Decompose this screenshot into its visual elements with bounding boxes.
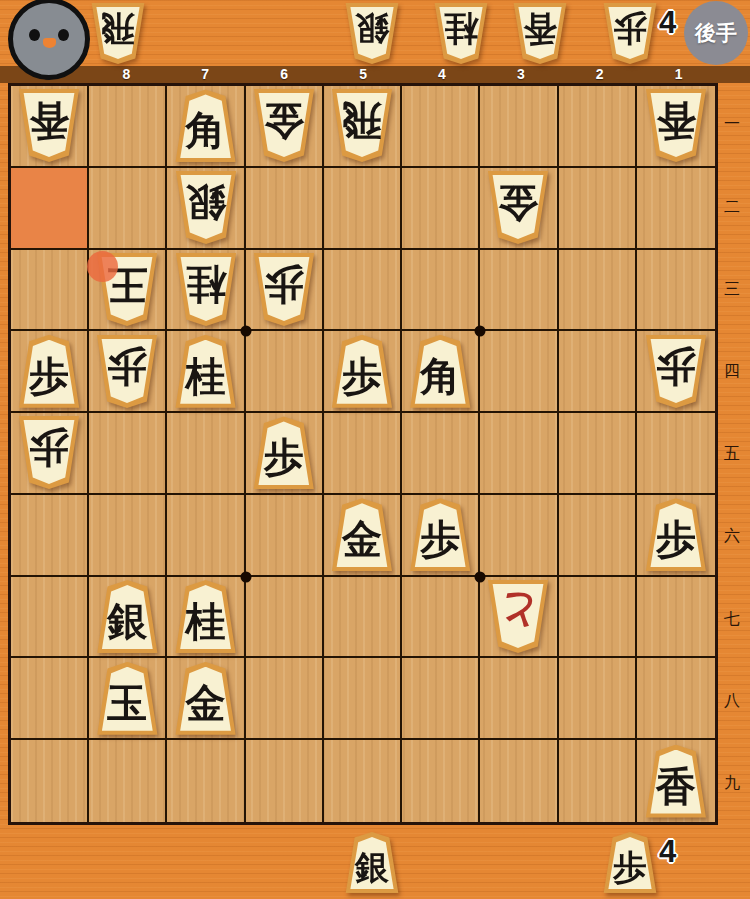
piece-sente-歩[interactable]: 歩 xyxy=(330,335,394,408)
star-point xyxy=(240,571,251,582)
file-label-5: 5 xyxy=(359,66,367,83)
piece-gote-香[interactable]: 香 xyxy=(512,3,568,64)
square-9-6[interactable] xyxy=(11,495,89,577)
square-1-4[interactable]: 歩 xyxy=(637,331,715,413)
piece-gote-歩[interactable]: 歩 xyxy=(644,335,708,408)
piece-sente-玉[interactable]: 玉 xyxy=(95,662,159,735)
piece-gote-歩[interactable]: 歩 xyxy=(95,335,159,408)
square-5-5[interactable] xyxy=(324,413,402,495)
square-4-3[interactable] xyxy=(402,250,480,332)
star-point xyxy=(240,326,251,337)
square-1-2[interactable] xyxy=(637,168,715,250)
file-label-6: 6 xyxy=(280,66,288,83)
rank-label-1: 一 xyxy=(724,114,740,135)
square-3-1[interactable] xyxy=(480,86,558,168)
piece-sente-香[interactable]: 香 xyxy=(644,745,708,818)
square-2-4[interactable] xyxy=(559,331,637,413)
gote-badge: 後手 xyxy=(684,1,748,65)
rank-label-8: 八 xyxy=(724,691,740,712)
square-9-3[interactable] xyxy=(11,250,89,332)
square-4-7[interactable] xyxy=(402,577,480,659)
square-1-1[interactable]: 香 xyxy=(637,86,715,168)
piece-glyph: 金 xyxy=(330,498,394,571)
gote-bar: 飛銀桂香歩4 後手 xyxy=(0,0,750,66)
piece-sente-歩[interactable]: 歩 xyxy=(602,832,658,893)
square-5-3[interactable] xyxy=(324,250,402,332)
square-4-4[interactable]: 角 xyxy=(402,331,480,413)
piece-glyph: 桂 xyxy=(174,335,238,408)
piece-glyph: 歩 xyxy=(602,3,658,64)
piece-glyph: 歩 xyxy=(644,335,708,408)
sente-bar: 銀歩4 先手 xyxy=(0,825,750,899)
square-4-5[interactable] xyxy=(402,413,480,495)
piece-glyph: 銀 xyxy=(344,832,400,893)
square-3-5[interactable] xyxy=(480,413,558,495)
piece-glyph: 金 xyxy=(486,171,550,244)
square-6-1[interactable]: 金 xyxy=(246,86,324,168)
piece-glyph: 歩 xyxy=(17,335,81,408)
piece-gote-桂[interactable]: 桂 xyxy=(174,253,238,326)
square-7-9[interactable] xyxy=(167,740,245,822)
square-4-8[interactable] xyxy=(402,658,480,740)
rank-label-4: 四 xyxy=(724,361,740,382)
square-7-2[interactable]: 銀 xyxy=(167,168,245,250)
hand-count-歩: 4 xyxy=(659,5,676,41)
square-7-1[interactable]: 角 xyxy=(167,86,245,168)
piece-glyph: 香 xyxy=(17,89,81,162)
square-2-5[interactable] xyxy=(559,413,637,495)
file-label-7: 7 xyxy=(201,66,209,83)
piece-gote-飛[interactable]: 飛 xyxy=(90,3,146,64)
square-2-6[interactable] xyxy=(559,495,637,577)
piece-sente-金[interactable]: 金 xyxy=(330,498,394,571)
piece-glyph: 歩 xyxy=(252,253,316,326)
piece-glyph: 歩 xyxy=(644,498,708,571)
square-8-2[interactable] xyxy=(89,168,167,250)
square-8-6[interactable] xyxy=(89,495,167,577)
square-6-7[interactable] xyxy=(246,577,324,659)
piece-gote-歩[interactable]: 歩 xyxy=(17,416,81,489)
rank-label-7: 七 xyxy=(724,608,740,629)
square-3-3[interactable] xyxy=(480,250,558,332)
piece-sente-歩[interactable]: 歩 xyxy=(17,335,81,408)
square-4-2[interactable] xyxy=(402,168,480,250)
square-9-4[interactable]: 歩 xyxy=(11,331,89,413)
square-8-9[interactable] xyxy=(89,740,167,822)
piece-sente-歩[interactable]: 歩 xyxy=(644,498,708,571)
piece-gote-銀[interactable]: 銀 xyxy=(174,171,238,244)
gote-avatar xyxy=(8,0,90,80)
piece-glyph: 角 xyxy=(408,335,472,408)
piece-glyph: 香 xyxy=(512,3,568,64)
square-8-7[interactable]: 銀 xyxy=(89,577,167,659)
square-2-1[interactable] xyxy=(559,86,637,168)
piece-sente-金[interactable]: 金 xyxy=(174,662,238,735)
piece-glyph: 歩 xyxy=(95,335,159,408)
piece-glyph: 桂 xyxy=(433,3,489,64)
square-7-3[interactable]: 桂 xyxy=(167,250,245,332)
piece-sente-角[interactable]: 角 xyxy=(174,89,238,162)
piece-glyph: 歩 xyxy=(408,498,472,571)
piece-glyph: 歩 xyxy=(17,416,81,489)
square-5-9[interactable] xyxy=(324,740,402,822)
square-3-2[interactable]: 金 xyxy=(480,168,558,250)
square-1-3[interactable] xyxy=(637,250,715,332)
square-8-8[interactable]: 玉 xyxy=(89,658,167,740)
piece-sente-歩[interactable]: 歩 xyxy=(252,416,316,489)
square-5-4[interactable]: 歩 xyxy=(324,331,402,413)
square-6-8[interactable] xyxy=(246,658,324,740)
piece-glyph: 銀 xyxy=(174,171,238,244)
piece-gote-銀[interactable]: 銀 xyxy=(344,3,400,64)
square-3-6[interactable] xyxy=(480,495,558,577)
piece-gote-香[interactable]: 香 xyxy=(17,89,81,162)
piece-glyph: 角 xyxy=(174,89,238,162)
file-labels-strip: 987654321 xyxy=(0,66,750,83)
avatar-eye-icon xyxy=(58,29,69,41)
board: 香角金飛香銀金王桂歩歩歩桂歩角歩歩歩金歩歩銀桂と玉金香 xyxy=(8,83,718,825)
piece-glyph: 歩 xyxy=(602,832,658,893)
rank-label-9: 九 xyxy=(724,773,740,794)
square-9-2[interactable] xyxy=(11,168,89,250)
square-6-9[interactable] xyxy=(246,740,324,822)
piece-glyph: 金 xyxy=(174,662,238,735)
square-3-4[interactable] xyxy=(480,331,558,413)
piece-gote-金[interactable]: 金 xyxy=(252,89,316,162)
piece-glyph: 飛 xyxy=(90,3,146,64)
rank-label-6: 六 xyxy=(724,526,740,547)
avatar-beak-icon xyxy=(43,38,56,48)
file-label-2: 2 xyxy=(596,66,604,83)
square-7-7[interactable]: 桂 xyxy=(167,577,245,659)
piece-gote-香[interactable]: 香 xyxy=(644,89,708,162)
piece-glyph: 歩 xyxy=(252,416,316,489)
piece-glyph: 銀 xyxy=(95,580,159,653)
file-label-4: 4 xyxy=(438,66,446,83)
piece-glyph: 桂 xyxy=(174,580,238,653)
square-9-5[interactable]: 歩 xyxy=(11,413,89,495)
piece-sente-角[interactable]: 角 xyxy=(408,335,472,408)
piece-sente-桂[interactable]: 桂 xyxy=(174,580,238,653)
square-5-8[interactable] xyxy=(324,658,402,740)
rank-label-2: 二 xyxy=(724,196,740,217)
piece-gote-と[interactable]: と xyxy=(486,580,550,653)
piece-glyph: 玉 xyxy=(95,662,159,735)
square-4-1[interactable] xyxy=(402,86,480,168)
piece-glyph: 香 xyxy=(644,745,708,818)
piece-gote-歩[interactable]: 歩 xyxy=(252,253,316,326)
square-6-5[interactable]: 歩 xyxy=(246,413,324,495)
square-8-1[interactable] xyxy=(89,86,167,168)
hand-count-歩: 4 xyxy=(659,834,676,870)
square-5-1[interactable]: 飛 xyxy=(324,86,402,168)
square-1-9[interactable]: 香 xyxy=(637,740,715,822)
piece-gote-桂[interactable]: 桂 xyxy=(433,3,489,64)
gote-badge-label: 後手 xyxy=(695,19,737,47)
piece-glyph: 飛 xyxy=(330,89,394,162)
square-5-6[interactable]: 金 xyxy=(324,495,402,577)
piece-glyph: 桂 xyxy=(174,253,238,326)
piece-gote-飛[interactable]: 飛 xyxy=(330,89,394,162)
square-6-6[interactable] xyxy=(246,495,324,577)
rank-label-3: 三 xyxy=(724,279,740,300)
square-9-7[interactable] xyxy=(11,577,89,659)
square-1-8[interactable] xyxy=(637,658,715,740)
piece-glyph: 香 xyxy=(644,89,708,162)
square-6-2[interactable] xyxy=(246,168,324,250)
file-label-8: 8 xyxy=(122,66,130,83)
square-2-3[interactable] xyxy=(559,250,637,332)
piece-sente-桂[interactable]: 桂 xyxy=(174,335,238,408)
square-1-5[interactable] xyxy=(637,413,715,495)
square-3-9[interactable] xyxy=(480,740,558,822)
square-6-4[interactable] xyxy=(246,331,324,413)
square-1-6[interactable]: 歩 xyxy=(637,495,715,577)
piece-glyph: 金 xyxy=(252,89,316,162)
square-2-7[interactable] xyxy=(559,577,637,659)
square-7-6[interactable] xyxy=(167,495,245,577)
file-label-3: 3 xyxy=(517,66,525,83)
square-2-2[interactable] xyxy=(559,168,637,250)
square-8-5[interactable] xyxy=(89,413,167,495)
square-6-3[interactable]: 歩 xyxy=(246,250,324,332)
piece-gote-歩[interactable]: 歩 xyxy=(602,3,658,64)
piece-sente-銀[interactable]: 銀 xyxy=(344,832,400,893)
square-7-4[interactable]: 桂 xyxy=(167,331,245,413)
square-4-6[interactable]: 歩 xyxy=(402,495,480,577)
square-2-9[interactable] xyxy=(559,740,637,822)
square-8-4[interactable]: 歩 xyxy=(89,331,167,413)
star-point xyxy=(475,326,486,337)
square-9-9[interactable] xyxy=(11,740,89,822)
piece-glyph: 歩 xyxy=(330,335,394,408)
square-5-7[interactable] xyxy=(324,577,402,659)
piece-glyph: と xyxy=(486,580,550,653)
square-3-7[interactable]: と xyxy=(480,577,558,659)
square-3-8[interactable] xyxy=(480,658,558,740)
piece-gote-金[interactable]: 金 xyxy=(486,171,550,244)
file-label-1: 1 xyxy=(675,66,683,83)
square-2-8[interactable] xyxy=(559,658,637,740)
rank-label-5: 五 xyxy=(724,443,740,464)
square-5-2[interactable] xyxy=(324,168,402,250)
star-point xyxy=(475,571,486,582)
piece-sente-銀[interactable]: 銀 xyxy=(95,580,159,653)
square-7-8[interactable]: 金 xyxy=(167,658,245,740)
shogi-app: 飛銀桂香歩4 後手 987654321 香角金飛香銀金王桂歩歩歩桂歩角歩歩歩金歩… xyxy=(0,0,750,899)
square-7-5[interactable] xyxy=(167,413,245,495)
avatar-eye-icon xyxy=(29,29,40,41)
square-9-8[interactable] xyxy=(11,658,89,740)
last-move-marker xyxy=(87,251,118,282)
piece-sente-歩[interactable]: 歩 xyxy=(408,498,472,571)
piece-glyph: 銀 xyxy=(344,3,400,64)
square-1-7[interactable] xyxy=(637,577,715,659)
square-9-1[interactable]: 香 xyxy=(11,86,89,168)
square-4-9[interactable] xyxy=(402,740,480,822)
